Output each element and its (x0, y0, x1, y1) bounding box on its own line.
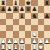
square-h1[interactable] (44, 44, 50, 50)
chess-board-container: ♜♝♚♜♟♟♟♟♛♟♝♞♟♞♟♟♟♟♟♟♟♜♞♝♛♜♚ (0, 0, 50, 50)
white-queen-piece[interactable]: ♛ (19, 44, 24, 50)
white-king-piece[interactable]: ♚ (38, 44, 43, 50)
white-rook-piece[interactable]: ♜ (0, 44, 5, 50)
white-rook-piece[interactable]: ♜ (32, 44, 37, 50)
chess-board: ♜♝♚♜♟♟♟♟♛♟♝♞♟♞♟♟♟♟♟♟♟♜♞♝♛♜♚ (0, 0, 50, 50)
white-knight-piece[interactable]: ♞ (7, 44, 12, 50)
white-bishop-piece[interactable]: ♝ (13, 44, 18, 50)
